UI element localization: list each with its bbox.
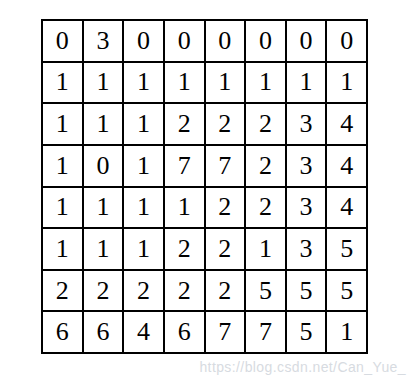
grid-cell: 2 — [165, 229, 204, 269]
grid-cell: 6 — [84, 312, 123, 352]
grid-cell: 2 — [84, 271, 123, 311]
grid-cell: 1 — [124, 229, 163, 269]
grid-cell: 3 — [287, 188, 326, 228]
grid-cell: 1 — [165, 63, 204, 103]
grid-cell: 4 — [327, 146, 366, 186]
grid-cell: 7 — [206, 312, 245, 352]
grid-cell: 2 — [43, 271, 82, 311]
grid-cell: 1 — [124, 188, 163, 228]
grid-cell: 0 — [165, 21, 204, 61]
grid-cell: 0 — [43, 21, 82, 61]
grid-cell: 3 — [287, 146, 326, 186]
grid-cell: 3 — [84, 21, 123, 61]
grid-cell: 1 — [287, 63, 326, 103]
grid-cell: 2 — [124, 271, 163, 311]
grid-cell: 5 — [287, 312, 326, 352]
grid-cell: 7 — [246, 312, 285, 352]
grid-cell: 4 — [327, 104, 366, 144]
grid-cell: 2 — [206, 271, 245, 311]
grid-cell: 2 — [165, 271, 204, 311]
grid-cell: 0 — [327, 21, 366, 61]
grid-cell: 1 — [43, 63, 82, 103]
grid-cell: 1 — [124, 63, 163, 103]
grid-cell: 1 — [43, 104, 82, 144]
grid-cell: 7 — [165, 146, 204, 186]
page: 0300000011111111111222341017723411112234… — [0, 0, 413, 384]
grid-cell: 4 — [124, 312, 163, 352]
grid-cell: 1 — [124, 146, 163, 186]
grid-cell: 3 — [287, 104, 326, 144]
grid-cell: 0 — [84, 146, 123, 186]
grid-cell: 1 — [84, 104, 123, 144]
grid-cell: 2 — [246, 188, 285, 228]
grid-cell: 4 — [327, 188, 366, 228]
grid-cell: 1 — [84, 188, 123, 228]
grid-cell: 5 — [287, 271, 326, 311]
grid-cell: 0 — [124, 21, 163, 61]
grid-cell: 2 — [246, 104, 285, 144]
grid-cell: 5 — [327, 271, 366, 311]
grid-cell: 3 — [287, 229, 326, 269]
grid-cell: 1 — [43, 146, 82, 186]
grid-cell: 5 — [327, 229, 366, 269]
grid-cell: 1 — [165, 188, 204, 228]
grid-cell: 2 — [165, 104, 204, 144]
grid-cell: 0 — [246, 21, 285, 61]
number-grid-board: 0300000011111111111222341017723411112234… — [41, 19, 368, 354]
watermark: https://blog.csdn.net/Can_Yue_ — [199, 359, 406, 375]
grid-cell: 1 — [43, 229, 82, 269]
grid-cell: 6 — [43, 312, 82, 352]
grid-cell: 6 — [165, 312, 204, 352]
grid-cell: 2 — [246, 146, 285, 186]
grid-cell: 7 — [206, 146, 245, 186]
grid-cell: 1 — [206, 63, 245, 103]
grid-cell: 1 — [43, 188, 82, 228]
grid-cell: 0 — [206, 21, 245, 61]
grid-cell: 5 — [246, 271, 285, 311]
grid-cell: 2 — [206, 188, 245, 228]
grid-cell: 1 — [246, 63, 285, 103]
grid-cell: 2 — [206, 104, 245, 144]
grid-cell: 1 — [84, 63, 123, 103]
grid-cell: 1 — [327, 63, 366, 103]
grid-cell: 0 — [287, 21, 326, 61]
grid-cell: 1 — [327, 312, 366, 352]
grid-cell: 1 — [84, 229, 123, 269]
grid-cell: 1 — [246, 229, 285, 269]
grid-cell: 2 — [206, 229, 245, 269]
grid-cell: 1 — [124, 104, 163, 144]
